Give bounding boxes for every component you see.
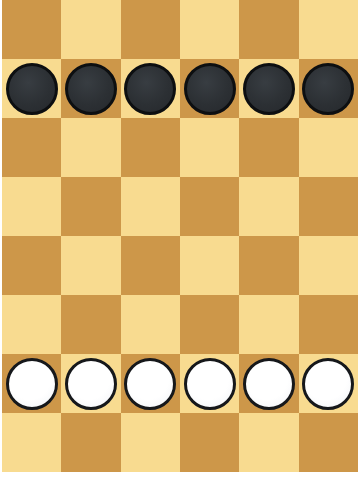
board-square[interactable] — [61, 0, 120, 59]
white-piece[interactable] — [65, 358, 117, 410]
board-square[interactable] — [239, 413, 298, 472]
board-square[interactable] — [2, 0, 61, 59]
board-square[interactable] — [121, 295, 180, 354]
white-piece[interactable] — [184, 358, 236, 410]
board-square[interactable] — [239, 354, 298, 413]
board-square[interactable] — [299, 354, 358, 413]
board-square[interactable] — [299, 295, 358, 354]
board-square[interactable] — [121, 354, 180, 413]
board-square[interactable] — [299, 177, 358, 236]
board-square[interactable] — [239, 0, 298, 59]
board-square[interactable] — [299, 236, 358, 295]
board-square[interactable] — [2, 295, 61, 354]
board-square[interactable] — [239, 118, 298, 177]
black-piece[interactable] — [184, 63, 236, 115]
board-square[interactable] — [239, 236, 298, 295]
black-piece[interactable] — [302, 63, 354, 115]
board-square[interactable] — [61, 236, 120, 295]
board-square[interactable] — [61, 118, 120, 177]
board-square[interactable] — [180, 177, 239, 236]
board-square[interactable] — [121, 413, 180, 472]
board-square[interactable] — [180, 295, 239, 354]
board-square[interactable] — [299, 413, 358, 472]
board-square[interactable] — [61, 413, 120, 472]
board-square[interactable] — [299, 118, 358, 177]
checkers-board — [2, 0, 358, 472]
board-square[interactable] — [239, 177, 298, 236]
white-piece[interactable] — [302, 358, 354, 410]
board-square[interactable] — [2, 354, 61, 413]
board-square[interactable] — [2, 59, 61, 118]
black-piece[interactable] — [124, 63, 176, 115]
board-square[interactable] — [239, 295, 298, 354]
board-square[interactable] — [121, 236, 180, 295]
white-piece[interactable] — [124, 358, 176, 410]
board-square[interactable] — [2, 177, 61, 236]
board-square[interactable] — [61, 177, 120, 236]
board-square[interactable] — [239, 59, 298, 118]
black-piece[interactable] — [65, 63, 117, 115]
board-square[interactable] — [299, 0, 358, 59]
board-square[interactable] — [180, 354, 239, 413]
board-square[interactable] — [121, 59, 180, 118]
board-square[interactable] — [2, 236, 61, 295]
board-square[interactable] — [2, 118, 61, 177]
board-square[interactable] — [180, 0, 239, 59]
board-square[interactable] — [61, 295, 120, 354]
board-square[interactable] — [121, 177, 180, 236]
board-square[interactable] — [121, 118, 180, 177]
board-square[interactable] — [61, 354, 120, 413]
board-square[interactable] — [180, 413, 239, 472]
black-piece[interactable] — [6, 63, 58, 115]
black-piece[interactable] — [243, 63, 295, 115]
board-square[interactable] — [61, 59, 120, 118]
board-square[interactable] — [180, 118, 239, 177]
board-square[interactable] — [121, 0, 180, 59]
board-square[interactable] — [180, 236, 239, 295]
board-square[interactable] — [180, 59, 239, 118]
white-piece[interactable] — [243, 358, 295, 410]
game-window — [0, 0, 360, 480]
white-piece[interactable] — [6, 358, 58, 410]
board-square[interactable] — [299, 59, 358, 118]
board-square[interactable] — [2, 413, 61, 472]
